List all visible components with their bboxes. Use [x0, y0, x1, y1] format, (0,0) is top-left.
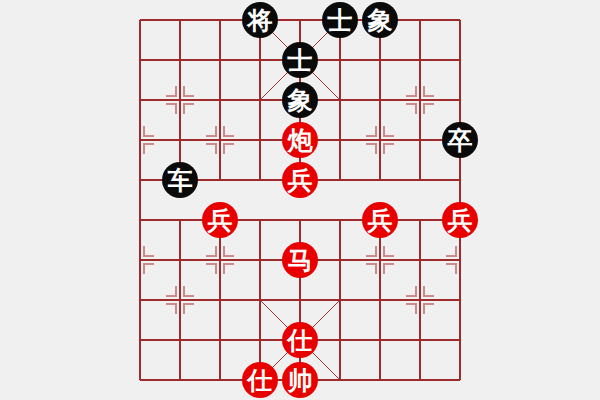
- piece-red-horse[interactable]: 马: [282, 242, 318, 278]
- piece-black-elephant[interactable]: 象: [282, 82, 318, 118]
- piece-black-chariot[interactable]: 车: [162, 162, 198, 198]
- piece-black-advisor[interactable]: 士: [322, 2, 358, 38]
- pieces-layer: 将士象士象炮卒车兵兵兵兵马仕仕帅: [120, 0, 480, 400]
- piece-red-soldier[interactable]: 兵: [202, 202, 238, 238]
- piece-red-advisor[interactable]: 仕: [242, 362, 278, 398]
- xiangqi-board: 将士象士象炮卒车兵兵兵兵马仕仕帅: [0, 0, 600, 400]
- piece-red-soldier[interactable]: 兵: [362, 202, 398, 238]
- piece-red-soldier[interactable]: 兵: [442, 202, 478, 238]
- piece-red-advisor[interactable]: 仕: [282, 322, 318, 358]
- piece-black-soldier[interactable]: 卒: [442, 122, 478, 158]
- piece-red-cannon[interactable]: 炮: [282, 122, 318, 158]
- piece-red-general[interactable]: 帅: [282, 362, 318, 398]
- piece-black-advisor[interactable]: 士: [282, 42, 318, 78]
- piece-black-general[interactable]: 将: [242, 2, 278, 38]
- piece-black-elephant[interactable]: 象: [362, 2, 398, 38]
- piece-red-soldier[interactable]: 兵: [282, 162, 318, 198]
